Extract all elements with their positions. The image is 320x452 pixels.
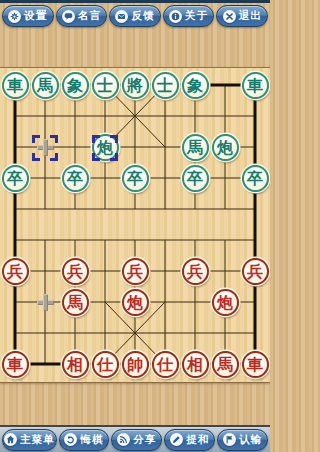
piece-red-C[interactable]: 炮 (122, 289, 149, 316)
home-icon (4, 433, 17, 446)
piece-black-n[interactable]: 馬 (32, 72, 59, 99)
feedback-label: 反馈 (131, 9, 154, 23)
about-button[interactable]: 关于 (163, 5, 215, 27)
piece-red-P[interactable]: 兵 (2, 258, 29, 285)
piece-black-a[interactable]: 士 (92, 72, 119, 99)
flag-icon (223, 433, 236, 446)
exit-button[interactable]: 退出 (216, 5, 268, 27)
undo-icon (64, 433, 77, 446)
piece-red-N[interactable]: 馬 (62, 289, 89, 316)
resign-button[interactable]: 认输 (217, 429, 268, 451)
piece-black-b[interactable]: 象 (62, 72, 89, 99)
piece-red-K[interactable]: 帥 (122, 351, 149, 378)
resign-label: 认输 (239, 433, 262, 447)
piece-red-C[interactable]: 炮 (212, 289, 239, 316)
star-point-marker (37, 294, 54, 311)
piece-black-p[interactable]: 卒 (242, 165, 269, 192)
star-point-marker (37, 139, 54, 156)
piece-black-c[interactable]: 炮 (212, 134, 239, 161)
share-icon (117, 433, 130, 446)
piece-black-r[interactable]: 車 (242, 72, 269, 99)
piece-black-a[interactable]: 士 (152, 72, 179, 99)
piece-red-P[interactable]: 兵 (182, 258, 209, 285)
exit-icon (223, 10, 236, 23)
offer-draw-button[interactable]: 提和 (164, 429, 215, 451)
offer-draw-label: 提和 (186, 433, 209, 447)
piece-red-A[interactable]: 仕 (152, 351, 179, 378)
main-menu-label: 主菜单 (20, 433, 55, 447)
piece-black-p[interactable]: 卒 (2, 165, 29, 192)
quotes-button[interactable]: 名言 (56, 5, 108, 27)
bottom-toolbar: 主菜单 悔棋 分享 提和 认输 (0, 425, 270, 452)
exit-label: 退出 (239, 9, 262, 23)
piece-red-A[interactable]: 仕 (92, 351, 119, 378)
feedback-button[interactable]: 反馈 (109, 5, 161, 27)
piece-red-P[interactable]: 兵 (122, 258, 149, 285)
piece-black-r[interactable]: 車 (2, 72, 29, 99)
pencil-icon (170, 433, 183, 446)
piece-red-B[interactable]: 相 (62, 351, 89, 378)
piece-black-n[interactable]: 馬 (182, 134, 209, 161)
piece-red-B[interactable]: 相 (182, 351, 209, 378)
share-button[interactable]: 分享 (111, 429, 162, 451)
piece-black-k[interactable]: 將 (122, 72, 149, 99)
top-toolbar: 设置 名言 反馈 关于 退出 (0, 0, 270, 30)
piece-black-c[interactable]: 炮 (92, 134, 119, 161)
settings-button[interactable]: 设置 (2, 5, 54, 27)
undo-move-label: 悔棋 (80, 433, 103, 447)
piece-black-p[interactable]: 卒 (122, 165, 149, 192)
share-label: 分享 (133, 433, 156, 447)
settings-label: 设置 (24, 9, 47, 23)
xiangqi-app: { "game": "xiangqi", "top_toolbar": { "b… (0, 0, 270, 452)
piece-red-N[interactable]: 馬 (212, 351, 239, 378)
piece-black-p[interactable]: 卒 (62, 165, 89, 192)
piece-black-p[interactable]: 卒 (182, 165, 209, 192)
info-icon (169, 10, 182, 23)
piece-red-R[interactable]: 車 (2, 351, 29, 378)
quotes-label: 名言 (78, 9, 101, 23)
piece-red-R[interactable]: 車 (242, 351, 269, 378)
speech-icon (62, 10, 75, 23)
undo-move-button[interactable]: 悔棋 (59, 429, 110, 451)
gear-icon (8, 10, 21, 23)
mail-icon (115, 10, 128, 23)
piece-red-P[interactable]: 兵 (62, 258, 89, 285)
piece-black-b[interactable]: 象 (182, 72, 209, 99)
piece-red-P[interactable]: 兵 (242, 258, 269, 285)
board-grid[interactable]: 車馬象士將士象車炮馬炮卒卒卒卒卒兵兵兵兵兵馬炮炮車相仕帥仕相馬車 (0, 70, 270, 380)
main-menu-button[interactable]: 主菜单 (2, 429, 57, 451)
about-label: 关于 (185, 9, 208, 23)
